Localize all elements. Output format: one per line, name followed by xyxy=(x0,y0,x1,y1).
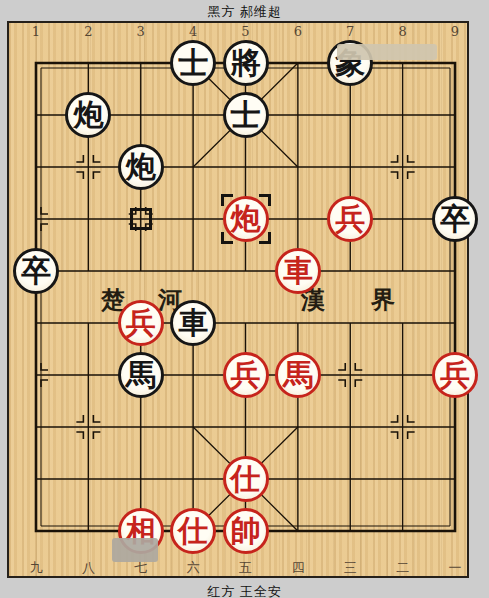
red-advisor[interactable]: 仕 xyxy=(223,456,269,502)
screen-artifact xyxy=(112,538,158,562)
file-label-bottom: 二 xyxy=(388,559,418,577)
file-label-top: 2 xyxy=(73,24,103,39)
red-chariot[interactable]: 車 xyxy=(275,248,321,294)
red-advisor[interactable]: 仕 xyxy=(170,508,216,554)
black-horse[interactable]: 馬 xyxy=(118,352,164,398)
red-soldier[interactable]: 兵 xyxy=(223,352,269,398)
red-cannon[interactable]: 炮 xyxy=(223,196,269,242)
river-char: 界 xyxy=(366,284,400,316)
file-label-bottom: 九 xyxy=(21,559,51,577)
black-general[interactable]: 將 xyxy=(223,40,269,86)
file-label-bottom: 三 xyxy=(335,559,365,577)
file-label-bottom: 五 xyxy=(231,559,261,577)
file-label-bottom: 六 xyxy=(178,559,208,577)
file-label-top: 1 xyxy=(21,24,51,39)
red-soldier[interactable]: 兵 xyxy=(327,196,373,242)
xiangqi-app-window: { "game": "xiangqi", "labels": { "black_… xyxy=(0,0,489,598)
file-label-top: 4 xyxy=(178,24,208,39)
last-move-origin-marker xyxy=(130,208,152,230)
file-label-bottom: 八 xyxy=(73,559,103,577)
red-soldier[interactable]: 兵 xyxy=(118,300,164,346)
file-label-top: 6 xyxy=(283,24,313,39)
file-label-top: 8 xyxy=(388,24,418,39)
file-label-bottom: 四 xyxy=(283,559,313,577)
screen-artifact xyxy=(337,44,437,60)
black-chariot[interactable]: 車 xyxy=(170,300,216,346)
red-general[interactable]: 帥 xyxy=(223,508,269,554)
black-cannon[interactable]: 炮 xyxy=(118,144,164,190)
red-horse[interactable]: 馬 xyxy=(275,352,321,398)
black-advisor[interactable]: 士 xyxy=(223,92,269,138)
red-player-label: 红方 王全安 xyxy=(0,583,489,598)
black-soldier[interactable]: 卒 xyxy=(432,196,478,242)
file-label-top: 9 xyxy=(440,24,470,39)
red-soldier[interactable]: 兵 xyxy=(432,352,478,398)
file-label-top: 7 xyxy=(335,24,365,39)
black-soldier[interactable]: 卒 xyxy=(13,248,59,294)
black-advisor[interactable]: 士 xyxy=(170,40,216,86)
file-label-top: 5 xyxy=(231,24,261,39)
file-label-top: 3 xyxy=(126,24,156,39)
file-label-bottom: 一 xyxy=(440,559,470,577)
